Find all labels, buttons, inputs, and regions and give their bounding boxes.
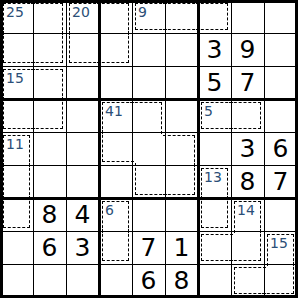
cell-r2c4[interactable] (99, 33, 132, 66)
cell-r1c9[interactable] (264, 0, 297, 33)
cell-r5c9[interactable]: 6 (264, 132, 297, 165)
given-digit: 8 (42, 198, 58, 231)
cell-r9c4[interactable] (99, 264, 132, 297)
cell-r3c2[interactable] (33, 66, 66, 99)
cell-r9c1[interactable] (0, 264, 33, 297)
cell-r2c5[interactable] (132, 33, 165, 66)
cell-r4c3[interactable] (66, 99, 99, 132)
cell-r2c7[interactable]: 3 (198, 33, 231, 66)
cell-r7c6[interactable] (165, 198, 198, 231)
cell-r3c8[interactable]: 7 (231, 66, 264, 99)
cell-r5c8[interactable]: 3 (231, 132, 264, 165)
given-digit: 7 (273, 165, 289, 198)
cell-r6c3[interactable] (66, 165, 99, 198)
cell-r6c7[interactable] (198, 165, 231, 198)
given-digit: 8 (174, 264, 190, 297)
cell-r4c1[interactable] (0, 99, 33, 132)
cell-r8c3[interactable]: 3 (66, 231, 99, 264)
cell-r7c5[interactable] (132, 198, 165, 231)
cell-r8c4[interactable] (99, 231, 132, 264)
cell-r8c5[interactable]: 7 (132, 231, 165, 264)
cell-r8c1[interactable] (0, 231, 33, 264)
cell-r8c8[interactable] (231, 231, 264, 264)
cell-r1c3[interactable] (66, 0, 99, 33)
cell-r3c3[interactable] (66, 66, 99, 99)
cell-r5c6[interactable] (165, 132, 198, 165)
cell-r7c7[interactable] (198, 198, 231, 231)
cell-r9c3[interactable] (66, 264, 99, 297)
cell-r7c9[interactable] (264, 198, 297, 231)
given-digit: 5 (207, 66, 223, 99)
cell-r3c7[interactable]: 5 (198, 66, 231, 99)
given-digit: 4 (75, 198, 91, 231)
cell-r5c4[interactable] (99, 132, 132, 165)
cell-r1c2[interactable] (33, 0, 66, 33)
cell-r4c8[interactable] (231, 99, 264, 132)
cell-r7c4[interactable] (99, 198, 132, 231)
cell-r1c5[interactable] (132, 0, 165, 33)
cell-r1c6[interactable] (165, 0, 198, 33)
given-digit: 9 (240, 33, 256, 66)
cell-r3c1[interactable] (0, 66, 33, 99)
cell-r2c6[interactable] (165, 33, 198, 66)
given-digit: 6 (141, 264, 157, 297)
cell-r9c2[interactable] (33, 264, 66, 297)
cell-r8c6[interactable]: 1 (165, 231, 198, 264)
cell-r3c9[interactable] (264, 66, 297, 99)
cell-r1c1[interactable] (0, 0, 33, 33)
cell-r7c2[interactable]: 8 (33, 198, 66, 231)
cell-r9c8[interactable] (231, 264, 264, 297)
cell-r4c2[interactable] (33, 99, 66, 132)
cell-r7c3[interactable]: 4 (66, 198, 99, 231)
cell-r6c2[interactable] (33, 165, 66, 198)
cell-r4c5[interactable] (132, 99, 165, 132)
killer-sudoku-board: 39573687846371682520915415111361415 (0, 0, 298, 298)
given-digit: 3 (240, 132, 256, 165)
cell-r8c2[interactable]: 6 (33, 231, 66, 264)
given-digit: 8 (240, 165, 256, 198)
cell-r7c8[interactable] (231, 198, 264, 231)
cell-r4c7[interactable] (198, 99, 231, 132)
given-digit: 6 (42, 231, 58, 264)
cell-r5c7[interactable] (198, 132, 231, 165)
cell-r6c8[interactable]: 8 (231, 165, 264, 198)
cell-r5c2[interactable] (33, 132, 66, 165)
cell-r9c5[interactable]: 6 (132, 264, 165, 297)
cell-r3c6[interactable] (165, 66, 198, 99)
cell-r6c1[interactable] (0, 165, 33, 198)
cell-r6c5[interactable] (132, 165, 165, 198)
cell-r2c9[interactable] (264, 33, 297, 66)
given-digit: 7 (240, 66, 256, 99)
cell-r3c5[interactable] (132, 66, 165, 99)
cell-r5c3[interactable] (66, 132, 99, 165)
cell-r8c9[interactable] (264, 231, 297, 264)
cell-r3c4[interactable] (99, 66, 132, 99)
cell-r6c6[interactable] (165, 165, 198, 198)
cell-r8c7[interactable] (198, 231, 231, 264)
cell-r9c6[interactable]: 8 (165, 264, 198, 297)
cell-r5c1[interactable] (0, 132, 33, 165)
cell-r4c6[interactable] (165, 99, 198, 132)
cell-r1c4[interactable] (99, 0, 132, 33)
cell-r2c8[interactable]: 9 (231, 33, 264, 66)
cell-r6c4[interactable] (99, 165, 132, 198)
cell-r1c8[interactable] (231, 0, 264, 33)
given-digit: 6 (273, 132, 289, 165)
cell-r5c5[interactable] (132, 132, 165, 165)
cell-r4c4[interactable] (99, 99, 132, 132)
cell-r9c9[interactable] (264, 264, 297, 297)
cell-r6c9[interactable]: 7 (264, 165, 297, 198)
cell-r7c1[interactable] (0, 198, 33, 231)
given-digit: 7 (141, 231, 157, 264)
cell-r9c7[interactable] (198, 264, 231, 297)
cell-r2c2[interactable] (33, 33, 66, 66)
given-digit: 3 (207, 33, 223, 66)
given-digit: 1 (174, 231, 190, 264)
cell-r1c7[interactable] (198, 0, 231, 33)
cell-r2c3[interactable] (66, 33, 99, 66)
given-digit: 3 (75, 231, 91, 264)
cell-r4c9[interactable] (264, 99, 297, 132)
cell-r2c1[interactable] (0, 33, 33, 66)
